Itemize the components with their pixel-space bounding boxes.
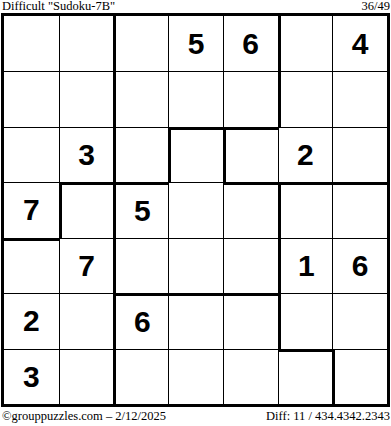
cell-r5c4[interactable] (168, 238, 223, 293)
cell-r4c3: 5 (113, 182, 168, 237)
cell-r6c6[interactable] (278, 293, 333, 348)
cell-r1c4: 5 (168, 16, 223, 71)
cell-r3c1[interactable] (4, 127, 59, 182)
cell-r2c3[interactable] (113, 71, 168, 126)
cell-r1c5: 6 (223, 16, 278, 71)
cell-r7c6[interactable] (278, 349, 333, 404)
cell-r5c6: 1 (278, 238, 333, 293)
cell-r2c5[interactable] (223, 71, 278, 126)
cell-r5c2: 7 (59, 238, 114, 293)
header: Difficult "Sudoku-7B" 36/49 (2, 0, 390, 13)
cell-r3c5[interactable] (223, 127, 278, 182)
cell-r7c3[interactable] (113, 349, 168, 404)
cell-r1c6[interactable] (278, 16, 333, 71)
cell-r5c5[interactable] (223, 238, 278, 293)
cell-r6c7[interactable] (332, 293, 387, 348)
difficulty-text: Diff: 11 / 434.4342.2343 (266, 409, 390, 423)
cell-r6c2[interactable] (59, 293, 114, 348)
cell-r6c4[interactable] (168, 293, 223, 348)
cell-r2c7[interactable] (332, 71, 387, 126)
cell-r6c1: 2 (4, 293, 59, 348)
cell-r1c7: 4 (332, 16, 387, 71)
puzzle-title: Difficult "Sudoku-7B" (2, 0, 115, 13)
cell-r7c7[interactable] (332, 349, 387, 404)
cell-r7c4[interactable] (168, 349, 223, 404)
cell-r3c4[interactable] (168, 127, 223, 182)
sudoku-board: 5643275716263 (1, 13, 390, 407)
cell-r4c2[interactable] (59, 182, 114, 237)
cell-r4c6[interactable] (278, 182, 333, 237)
cell-r2c1[interactable] (4, 71, 59, 126)
cell-r3c7[interactable] (332, 127, 387, 182)
cell-r1c3[interactable] (113, 16, 168, 71)
cells-remaining-counter: 36/49 (362, 0, 390, 13)
cell-r7c1: 3 (4, 349, 59, 404)
cell-r5c3[interactable] (113, 238, 168, 293)
cell-r2c6[interactable] (278, 71, 333, 126)
cell-r6c5[interactable] (223, 293, 278, 348)
cell-r3c2: 3 (59, 127, 114, 182)
cell-r3c6: 2 (278, 127, 333, 182)
cell-r4c7[interactable] (332, 182, 387, 237)
cell-r2c2[interactable] (59, 71, 114, 126)
cell-r1c1[interactable] (4, 16, 59, 71)
cell-r4c4[interactable] (168, 182, 223, 237)
cell-r7c5[interactable] (223, 349, 278, 404)
cell-r5c7: 6 (332, 238, 387, 293)
cell-r5c1[interactable] (4, 238, 59, 293)
footer: ©grouppuzzles.com – 2/12/2025 Diff: 11 /… (2, 409, 390, 424)
cell-r7c2[interactable] (59, 349, 114, 404)
cell-r3c3[interactable] (113, 127, 168, 182)
copyright-text: ©grouppuzzles.com – 2/12/2025 (2, 409, 166, 423)
cell-r4c5[interactable] (223, 182, 278, 237)
cell-r2c4[interactable] (168, 71, 223, 126)
cell-r1c2[interactable] (59, 16, 114, 71)
cell-r4c1: 7 (4, 182, 59, 237)
cell-r6c3: 6 (113, 293, 168, 348)
